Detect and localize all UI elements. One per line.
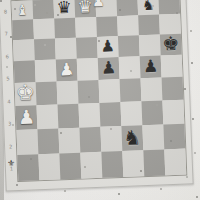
chessboard-photo: 87654321 ⚜ ♝♛♛♞♟♚♟♟♟♚♟♞ ♟ [0, 0, 200, 200]
square-f2[interactable]: ♞ [121, 125, 143, 151]
square-e1[interactable] [101, 151, 123, 178]
square-g3[interactable] [141, 100, 163, 125]
square-h8[interactable] [158, 0, 180, 15]
square-b4[interactable] [36, 82, 58, 106]
board-wrap: 87654321 ⚜ ♝♛♛♞♟♚♟♟♟♚♟♞ [0, 0, 194, 192]
square-b1[interactable] [38, 153, 60, 180]
square-g4[interactable] [141, 77, 163, 101]
rank-label-7: 7 [5, 32, 8, 37]
square-a2[interactable] [16, 129, 38, 155]
square-e3[interactable] [99, 102, 121, 127]
maker-stamp-icon: ⚜ [6, 159, 17, 168]
chess-board: ♝♛♛♞♟♚♟♟♟♚♟♞ [10, 0, 187, 182]
square-e2[interactable] [100, 126, 122, 152]
square-d5[interactable] [77, 58, 99, 81]
piece-black-pawn[interactable]: ♟ [143, 57, 159, 75]
square-g7[interactable] [138, 15, 160, 36]
piece-black-knight[interactable]: ♞ [123, 127, 142, 148]
square-e7[interactable] [96, 16, 118, 37]
square-g8[interactable]: ♞ [137, 0, 159, 15]
square-f4[interactable] [120, 78, 142, 102]
square-h6[interactable]: ♚ [160, 34, 182, 56]
piece-white-pawn[interactable]: ♟ [59, 60, 75, 78]
piece-white-bishop[interactable]: ♝ [16, 2, 29, 16]
square-c4[interactable] [57, 81, 79, 105]
square-b3[interactable] [37, 104, 59, 129]
piece-white-king[interactable]: ♚ [16, 82, 36, 104]
square-f8[interactable] [116, 0, 138, 16]
square-h4[interactable] [162, 77, 184, 101]
piece-black-queen[interactable]: ♛ [56, 0, 72, 16]
rank-label-3: 3 [8, 122, 11, 127]
square-g5[interactable]: ♟ [140, 55, 162, 78]
square-e4[interactable] [99, 79, 121, 103]
piece-black-pawn[interactable]: ♟ [100, 38, 115, 55]
square-h5[interactable] [161, 55, 183, 78]
square-f3[interactable] [120, 101, 142, 126]
rank-label-8: 8 [4, 9, 7, 14]
square-c3[interactable] [57, 104, 79, 129]
piece-white-pawn-offboard[interactable]: ♟ [92, 0, 105, 8]
rank-label-5: 5 [6, 77, 9, 82]
square-b2[interactable] [37, 128, 59, 154]
square-a1[interactable] [17, 154, 39, 181]
square-b8[interactable] [32, 0, 54, 19]
square-c5[interactable]: ♟ [56, 59, 78, 82]
board-frame: 87654321 ⚜ ♝♛♛♞♟♚♟♟♟♚♟♞ [0, 0, 194, 192]
square-b5[interactable] [35, 60, 57, 83]
square-h3[interactable] [162, 100, 184, 125]
square-d7[interactable] [75, 17, 97, 38]
rank-label-2: 2 [9, 144, 12, 149]
square-d6[interactable] [76, 37, 98, 59]
square-f6[interactable] [118, 35, 140, 57]
square-g1[interactable] [143, 149, 165, 176]
square-c8[interactable]: ♛ [53, 0, 75, 19]
square-a7[interactable] [12, 19, 34, 40]
square-g2[interactable] [142, 124, 164, 150]
square-a4[interactable]: ♚ [15, 82, 37, 106]
piece-white-queen[interactable]: ♛ [77, 0, 93, 16]
square-b7[interactable] [33, 19, 55, 40]
square-e6[interactable]: ♟ [97, 36, 119, 58]
square-a8[interactable]: ♝ [11, 0, 33, 20]
square-a6[interactable] [13, 39, 35, 61]
square-d3[interactable] [78, 103, 100, 128]
square-h1[interactable] [164, 149, 186, 176]
square-d2[interactable] [79, 127, 101, 153]
square-b6[interactable] [34, 39, 56, 61]
square-c7[interactable] [54, 18, 76, 39]
square-f7[interactable] [117, 15, 139, 36]
piece-white-pawn[interactable]: ♟ [18, 107, 36, 127]
square-h2[interactable] [163, 124, 185, 150]
square-c2[interactable] [58, 128, 80, 154]
square-c6[interactable] [55, 38, 77, 60]
piece-black-knight[interactable]: ♞ [142, 0, 155, 12]
piece-black-king[interactable]: ♚ [162, 34, 180, 54]
square-g6[interactable] [139, 35, 161, 57]
square-a3[interactable]: ♟ [16, 105, 38, 130]
square-d1[interactable] [80, 152, 102, 179]
square-f5[interactable] [119, 56, 141, 79]
square-f1[interactable] [122, 150, 144, 177]
rank-label-6: 6 [5, 54, 8, 59]
piece-black-pawn[interactable]: ♟ [101, 59, 117, 77]
square-c1[interactable] [59, 153, 81, 180]
square-d4[interactable] [78, 80, 100, 104]
rank-label-4: 4 [7, 99, 10, 104]
square-e5[interactable]: ♟ [98, 57, 120, 80]
